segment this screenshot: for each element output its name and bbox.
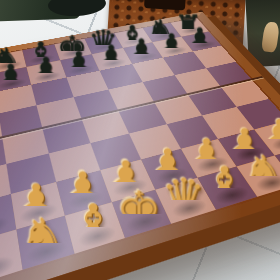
piece-shadow-f1	[76, 223, 118, 251]
piece-shadow-g1	[25, 237, 68, 266]
piece-shadow-d1	[169, 196, 210, 221]
square-f1: ♝	[65, 202, 125, 254]
piece-white-bishop-c1: ♝	[203, 160, 246, 208]
chess-board: ♜♞♝♚♛♝♞♜♟♟♟♟♟♟♟♟♟♟♟♟♟♟♟♟♜♞♝♚♛♝♞♜	[0, 12, 280, 280]
piece-shadow-b1	[252, 172, 280, 194]
board-scene: ♜♞♝♚♛♝♞♜♟♟♟♟♟♟♟♟♟♟♟♟♟♟♟♟♜♞♝♚♛♝♞♜	[0, 0, 280, 280]
piece-shadow-h1	[0, 252, 15, 280]
piece-shadow-c1	[212, 184, 252, 207]
piece-white-rook-h1: ♜	[0, 226, 16, 280]
piece-shadow-e1	[124, 209, 165, 235]
piece-white-knight-g1: ♞	[20, 211, 68, 264]
board-grid: ♜♞♝♚♛♝♞♜♟♟♟♟♟♟♟♟♟♟♟♟♟♟♟♟♜♞♝♚♛♝♞♜	[0, 18, 280, 280]
photo-canvas: ♜♞♝♚♛♝♞♜♟♟♟♟♟♟♟♟♟♟♟♟♟♟♟♟♜♞♝♚♛♝♞♜	[0, 0, 280, 280]
square-g1: ♞	[16, 215, 75, 270]
piece-white-bishop-f1: ♝	[70, 197, 116, 249]
piece-white-king-e1: ♚	[117, 184, 162, 234]
piece-white-queen-d1: ♛	[161, 172, 205, 221]
